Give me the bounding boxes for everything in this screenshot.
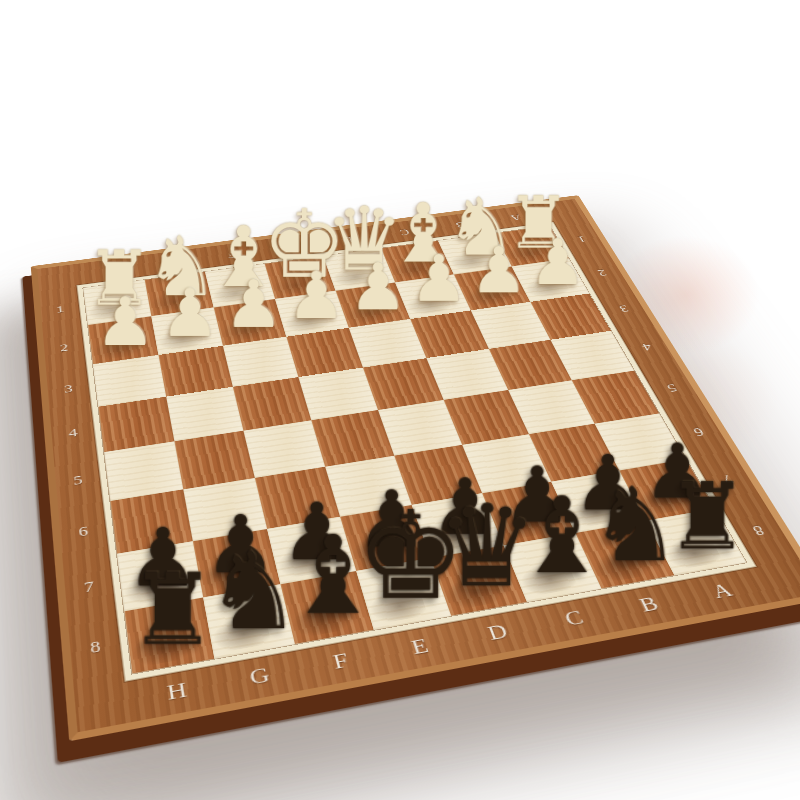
piece-white-pawn-h2[interactable]: ♟ [95, 289, 155, 356]
square-f3[interactable] [223, 337, 298, 387]
coordinate-label-8: 8 [71, 613, 121, 684]
piece-white-pawn-g2[interactable]: ♟ [160, 280, 220, 346]
coordinate-label-5: 5 [57, 454, 101, 509]
piece-white-pawn-d2[interactable]: ♟ [349, 255, 407, 320]
coordinate-label-6: 6 [62, 503, 108, 563]
piece-white-pawn-b2[interactable]: ♟ [470, 239, 527, 303]
coordinate-label-3: 3 [49, 366, 89, 414]
coordinate-label-2: 2 [46, 326, 85, 371]
perspective-scene: ♜♞♝♚♛♝♞♜♟♟♟♟♟♟♟♟♟♟♟♟♟♟♟♟♜♞♝♚♛♝♞♜ HGFEDCB… [0, 0, 800, 800]
piece-white-pawn-e2[interactable]: ♟ [287, 263, 346, 328]
square-h3[interactable] [93, 355, 166, 407]
piece-white-pawn-f2[interactable]: ♟ [224, 272, 283, 338]
square-e5[interactable] [311, 410, 394, 467]
square-c5[interactable] [444, 390, 529, 445]
coordinate-label-1: 1 [42, 289, 79, 331]
square-e2[interactable]: ♟ [275, 291, 349, 337]
coordinate-label-4: 4 [53, 408, 95, 459]
coordinate-label-7: 7 [66, 556, 114, 621]
piece-black-rook-h8[interactable]: ♜ [128, 561, 217, 660]
board-photo: ♜♞♝♚♛♝♞♜♟♟♟♟♟♟♟♟♟♟♟♟♟♟♟♟♜♞♝♚♛♝♞♜ HGFEDCB… [0, 0, 800, 800]
chess-board: ♜♞♝♚♛♝♞♜♟♟♟♟♟♟♟♟♟♟♟♟♟♟♟♟♜♞♝♚♛♝♞♜ HGFEDCB… [31, 195, 800, 741]
square-f2[interactable]: ♟ [214, 299, 287, 346]
piece-white-pawn-c2[interactable]: ♟ [410, 247, 468, 311]
piece-black-knight-g8[interactable]: ♞ [205, 538, 301, 645]
